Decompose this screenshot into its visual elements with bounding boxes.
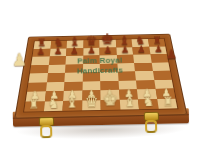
black-queen: ♛ [83, 34, 100, 47]
square-f1[interactable]: ♝ [119, 99, 139, 110]
square-b7[interactable]: ♟ [49, 48, 66, 56]
black-knight: ♞ [132, 35, 149, 47]
square-h1[interactable]: ♜ [157, 98, 178, 109]
square-b2[interactable]: ♟ [44, 91, 63, 101]
square-c3[interactable] [64, 81, 82, 91]
square-b1[interactable]: ♞ [43, 101, 63, 112]
brass-latch-icon [38, 117, 54, 138]
brass-latch-icon [143, 112, 159, 133]
latch-ring [145, 120, 157, 133]
square-c1[interactable]: ♝ [62, 100, 81, 111]
square-g1[interactable]: ♞ [138, 99, 158, 110]
square-a3[interactable] [27, 82, 46, 92]
black-king: ♚ [99, 32, 116, 47]
square-b3[interactable] [45, 82, 64, 92]
square-a1[interactable]: ♜ [24, 101, 44, 112]
black-rook: ♜ [34, 38, 51, 49]
square-e3[interactable] [100, 80, 118, 90]
scene: ♜♞♝♛♚♝♞♜♟♟♟♟♟♟♟♟♟♟♟♟♟♟♟♟♜♞♝♛♚♝♞♜ ♟ ♟ Pal… [0, 0, 200, 149]
white-pawn: ♟ [138, 87, 157, 98]
white-pawn: ♟ [100, 88, 119, 99]
square-f2[interactable]: ♟ [119, 89, 138, 99]
square-h3[interactable] [154, 79, 174, 89]
black-bishop: ♝ [116, 34, 133, 47]
square-f3[interactable] [118, 80, 137, 90]
square-g2[interactable]: ♟ [137, 89, 157, 99]
square-e1[interactable]: ♚ [101, 99, 120, 110]
square-c2[interactable]: ♟ [63, 91, 82, 101]
square-d1[interactable]: ♛ [82, 100, 101, 111]
black-rook: ♜ [148, 35, 165, 46]
square-g3[interactable] [136, 80, 155, 90]
chess-set-photo: ♜♞♝♛♚♝♞♜♟♟♟♟♟♟♟♟♟♟♟♟♟♟♟♟♜♞♝♛♚♝♞♜ ♟ ♟ Pal… [0, 0, 200, 149]
black-bishop: ♝ [66, 35, 83, 48]
black-knight: ♞ [50, 36, 67, 48]
latch-ring [40, 125, 52, 138]
white-pawn: ♟ [156, 87, 175, 98]
square-h2[interactable]: ♟ [155, 89, 175, 99]
square-e2[interactable]: ♟ [100, 90, 119, 100]
square-d2[interactable]: ♟ [82, 90, 101, 100]
square-a2[interactable]: ♟ [26, 91, 46, 101]
square-d3[interactable] [82, 81, 100, 91]
white-pawn: ♟ [119, 88, 138, 99]
